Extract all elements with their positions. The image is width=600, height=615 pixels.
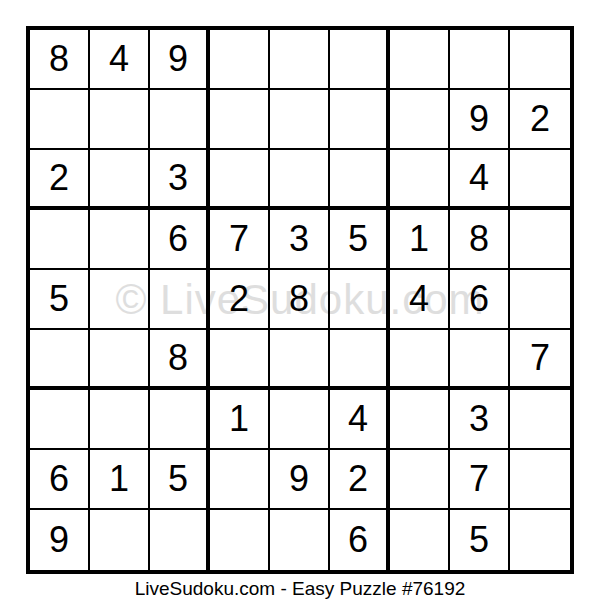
cell-r5c7[interactable]: 4: [390, 270, 450, 330]
cell-r1c4[interactable]: [210, 30, 270, 90]
cell-r4c1[interactable]: [30, 210, 90, 270]
cell-r9c1[interactable]: 9: [30, 510, 90, 570]
cell-r9c3[interactable]: [150, 510, 210, 570]
cell-r8c6[interactable]: 2: [330, 450, 390, 510]
cell-r9c2[interactable]: [90, 510, 150, 570]
cell-r1c7[interactable]: [390, 30, 450, 90]
cell-r8c7[interactable]: [390, 450, 450, 510]
cell-r5c3[interactable]: [150, 270, 210, 330]
cell-r6c6[interactable]: [330, 330, 390, 390]
cell-r2c1[interactable]: [30, 90, 90, 150]
cell-r3c4[interactable]: [210, 150, 270, 210]
cell-r7c6[interactable]: 4: [330, 390, 390, 450]
cell-r9c5[interactable]: [270, 510, 330, 570]
cell-r1c3[interactable]: 9: [150, 30, 210, 90]
cell-r6c8[interactable]: [450, 330, 510, 390]
cell-r6c5[interactable]: [270, 330, 330, 390]
cell-r6c2[interactable]: [90, 330, 150, 390]
cell-r1c8[interactable]: [450, 30, 510, 90]
cell-r4c8[interactable]: 8: [450, 210, 510, 270]
cell-r5c9[interactable]: [510, 270, 570, 330]
cell-r3c3[interactable]: 3: [150, 150, 210, 210]
cell-r4c7[interactable]: 1: [390, 210, 450, 270]
cell-r3c7[interactable]: [390, 150, 450, 210]
cell-r4c3[interactable]: 6: [150, 210, 210, 270]
cell-r2c9[interactable]: 2: [510, 90, 570, 150]
cell-r2c7[interactable]: [390, 90, 450, 150]
cell-r3c1[interactable]: 2: [30, 150, 90, 210]
cell-r8c9[interactable]: [510, 450, 570, 510]
cell-r1c5[interactable]: [270, 30, 330, 90]
cell-r9c4[interactable]: [210, 510, 270, 570]
cell-r4c5[interactable]: 3: [270, 210, 330, 270]
cell-r6c7[interactable]: [390, 330, 450, 390]
cell-r7c5[interactable]: [270, 390, 330, 450]
cell-r2c4[interactable]: [210, 90, 270, 150]
cell-r4c9[interactable]: [510, 210, 570, 270]
cell-r3c2[interactable]: [90, 150, 150, 210]
cell-r6c1[interactable]: [30, 330, 90, 390]
cell-r8c1[interactable]: 6: [30, 450, 90, 510]
sudoku-board: © LiveSudoku.com 84992234673518528468714…: [26, 26, 574, 574]
cell-r4c6[interactable]: 5: [330, 210, 390, 270]
cell-r8c8[interactable]: 7: [450, 450, 510, 510]
cell-r3c8[interactable]: 4: [450, 150, 510, 210]
cell-r2c6[interactable]: [330, 90, 390, 150]
cell-r1c2[interactable]: 4: [90, 30, 150, 90]
cell-r6c4[interactable]: [210, 330, 270, 390]
cell-r3c6[interactable]: [330, 150, 390, 210]
cell-r3c9[interactable]: [510, 150, 570, 210]
cell-r5c1[interactable]: 5: [30, 270, 90, 330]
cell-r8c2[interactable]: 1: [90, 450, 150, 510]
cell-r2c8[interactable]: 9: [450, 90, 510, 150]
cell-r5c2[interactable]: [90, 270, 150, 330]
cell-r2c2[interactable]: [90, 90, 150, 150]
cell-r5c5[interactable]: 8: [270, 270, 330, 330]
cell-r2c3[interactable]: [150, 90, 210, 150]
cell-r6c3[interactable]: 8: [150, 330, 210, 390]
cell-r1c6[interactable]: [330, 30, 390, 90]
cell-r4c4[interactable]: 7: [210, 210, 270, 270]
cell-r9c6[interactable]: 6: [330, 510, 390, 570]
cell-r9c9[interactable]: [510, 510, 570, 570]
puzzle-caption: LiveSudoku.com - Easy Puzzle #76192: [0, 578, 600, 600]
cell-r7c7[interactable]: [390, 390, 450, 450]
cell-r5c4[interactable]: 2: [210, 270, 270, 330]
cell-r8c5[interactable]: 9: [270, 450, 330, 510]
cell-r6c9[interactable]: 7: [510, 330, 570, 390]
cell-r7c8[interactable]: 3: [450, 390, 510, 450]
cell-r7c3[interactable]: [150, 390, 210, 450]
cell-r1c1[interactable]: 8: [30, 30, 90, 90]
cell-r4c2[interactable]: [90, 210, 150, 270]
cell-r8c3[interactable]: 5: [150, 450, 210, 510]
cell-r5c8[interactable]: 6: [450, 270, 510, 330]
cell-r7c2[interactable]: [90, 390, 150, 450]
cell-r2c5[interactable]: [270, 90, 330, 150]
cell-r3c5[interactable]: [270, 150, 330, 210]
cell-r9c8[interactable]: 5: [450, 510, 510, 570]
cell-r1c9[interactable]: [510, 30, 570, 90]
cell-r7c1[interactable]: [30, 390, 90, 450]
cell-r7c9[interactable]: [510, 390, 570, 450]
cell-r8c4[interactable]: [210, 450, 270, 510]
cell-r7c4[interactable]: 1: [210, 390, 270, 450]
cell-r5c6[interactable]: [330, 270, 390, 330]
cell-r9c7[interactable]: [390, 510, 450, 570]
